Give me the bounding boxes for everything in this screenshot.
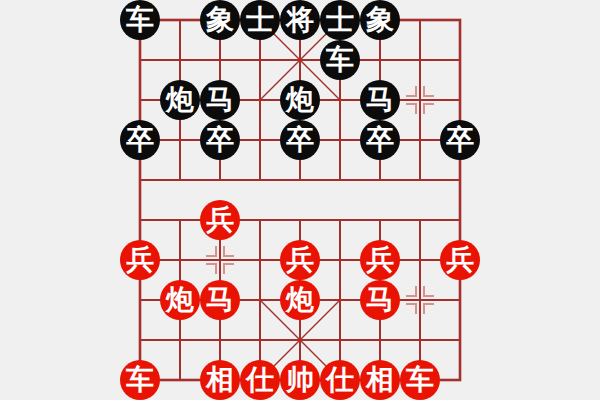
red-elephant-piece[interactable]: 相 (360, 360, 400, 400)
board-grid: 车象士将士象车炮马炮马卒卒卒卒卒兵兵兵兵兵炮马炮马车相仕帅仕相车 (120, 0, 480, 400)
black-cannon-piece[interactable]: 炮 (280, 80, 320, 120)
red-king-piece[interactable]: 帅 (280, 360, 320, 400)
red-rook-piece[interactable]: 车 (120, 360, 160, 400)
black-horse-piece[interactable]: 马 (360, 80, 400, 120)
red-advisor-piece[interactable]: 仕 (320, 360, 360, 400)
red-pawn-piece[interactable]: 兵 (280, 240, 320, 280)
red-horse-piece[interactable]: 马 (200, 280, 240, 320)
black-pawn-piece[interactable]: 卒 (360, 120, 400, 160)
xiangqi-board: 车象士将士象车炮马炮马卒卒卒卒卒兵兵兵兵兵炮马炮马车相仕帅仕相车 (0, 0, 600, 400)
black-king-piece[interactable]: 将 (280, 0, 320, 40)
black-elephant-piece[interactable]: 象 (200, 0, 240, 40)
red-rook-piece[interactable]: 车 (400, 360, 440, 400)
red-cannon-piece[interactable]: 炮 (280, 280, 320, 320)
black-elephant-piece[interactable]: 象 (360, 0, 400, 40)
black-cannon-piece[interactable]: 炮 (160, 80, 200, 120)
black-pawn-piece[interactable]: 卒 (200, 120, 240, 160)
red-pawn-piece[interactable]: 兵 (360, 240, 400, 280)
red-pawn-piece[interactable]: 兵 (200, 200, 240, 240)
black-horse-piece[interactable]: 马 (200, 80, 240, 120)
black-advisor-piece[interactable]: 士 (320, 0, 360, 40)
red-pawn-piece[interactable]: 兵 (120, 240, 160, 280)
red-cannon-piece[interactable]: 炮 (160, 280, 200, 320)
black-rook-piece[interactable]: 车 (320, 40, 360, 80)
red-pawn-piece[interactable]: 兵 (440, 240, 480, 280)
red-elephant-piece[interactable]: 相 (200, 360, 240, 400)
black-advisor-piece[interactable]: 士 (240, 0, 280, 40)
black-pawn-piece[interactable]: 卒 (280, 120, 320, 160)
black-pawn-piece[interactable]: 卒 (440, 120, 480, 160)
red-horse-piece[interactable]: 马 (360, 280, 400, 320)
black-pawn-piece[interactable]: 卒 (120, 120, 160, 160)
black-rook-piece[interactable]: 车 (120, 0, 160, 40)
red-advisor-piece[interactable]: 仕 (240, 360, 280, 400)
